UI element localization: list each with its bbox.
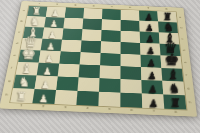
- black-pawn: ♟: [147, 70, 156, 80]
- white-pawn: ♟: [50, 19, 59, 28]
- white-pawn: ♟: [46, 41, 55, 51]
- black-knight: ♞: [168, 82, 180, 95]
- white-bishop: ♝: [20, 61, 33, 75]
- black-pawn: ♟: [149, 98, 159, 109]
- white-pawn: ♟: [43, 66, 52, 76]
- black-pawn: ♟: [147, 58, 156, 68]
- black-pawn: ♟: [148, 84, 158, 95]
- black-pawn: ♟: [146, 46, 155, 56]
- perspective-scene: ♜♟♟♜♞♟♟♞♝♟♟♝♛♟♟♛♚♟♟♚♝♟♟♝♞♟♟♞♜♟♟♜ aabbccd…: [0, 0, 200, 133]
- camera-tilt: ♜♟♟♜♞♟♟♞♝♟♟♝♛♟♟♛♚♟♟♚♝♟♟♝♞♟♟♞♜♟♟♜ aabbccd…: [0, 0, 200, 133]
- white-pawn: ♟: [48, 30, 57, 40]
- white-knight: ♞: [18, 76, 30, 89]
- black-pawn: ♟: [146, 34, 155, 44]
- white-pawn: ♟: [41, 79, 51, 90]
- black-pawn: ♟: [145, 12, 153, 21]
- black-pawn: ♟: [145, 23, 154, 32]
- white-pawn: ♟: [45, 53, 54, 63]
- white-rook: ♜: [16, 91, 27, 104]
- chess-board: ♜♟♟♜♞♟♟♞♝♟♟♝♛♟♟♛♚♟♟♚♝♟♟♝♞♟♟♞♜♟♟♜ aabbccd…: [0, 1, 197, 117]
- black-rook: ♜: [170, 97, 181, 110]
- black-bishop: ♝: [167, 68, 180, 82]
- carpet-background: ♜♟♟♜♞♟♟♞♝♟♟♝♛♟♟♛♚♟♟♚♝♟♟♝♞♟♟♞♜♟♟♜ aabbccd…: [0, 0, 200, 133]
- white-pawn: ♟: [39, 93, 49, 104]
- white-pawn: ♟: [51, 8, 59, 17]
